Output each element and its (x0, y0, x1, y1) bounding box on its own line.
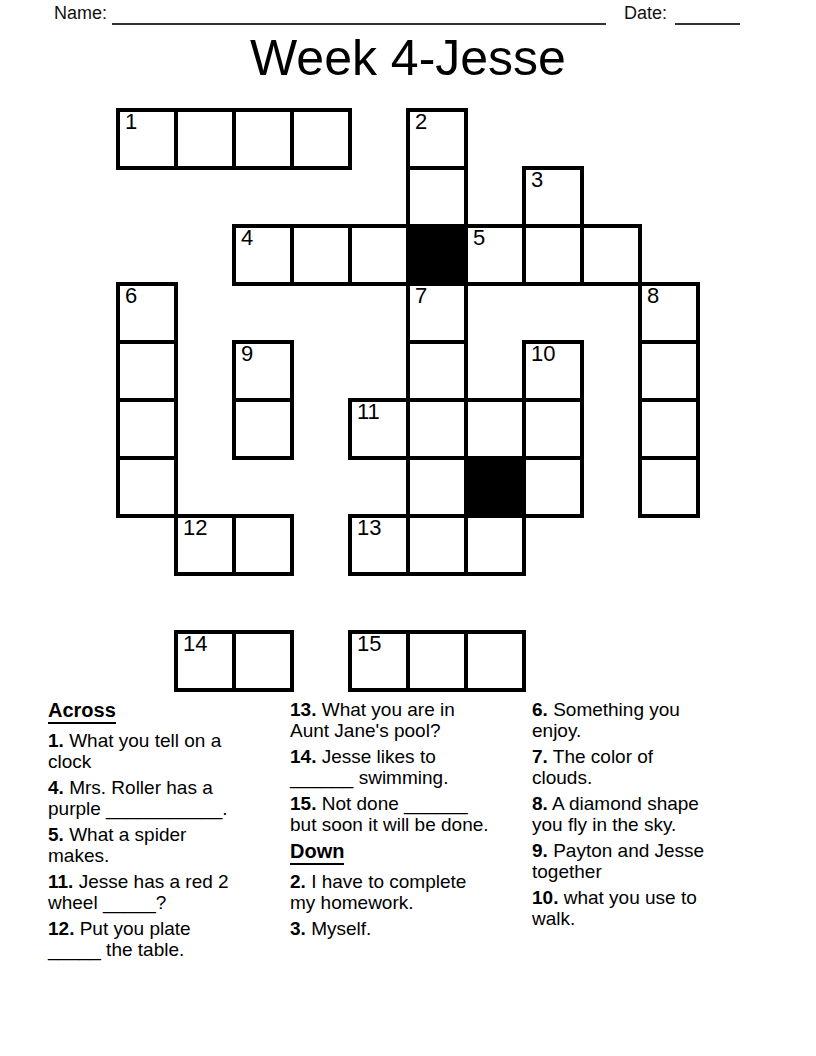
black-cell-r6c6 (464, 456, 526, 518)
date-label: Date: (624, 3, 667, 23)
clue-number: 3. (290, 918, 306, 939)
page-title: Week 4-Jesse (0, 30, 816, 86)
grid-cell-r4c5[interactable] (406, 340, 468, 402)
cell-number-13: 13 (357, 516, 381, 540)
clue-number: 7. (532, 746, 548, 767)
clue-text: A diamond shape you fly in the sky. (532, 793, 699, 835)
grid-cell-r5c0[interactable] (116, 398, 178, 460)
clue-number: 5. (48, 824, 64, 845)
clue-column-2: 13. What you are in Aunt Jane's pool?14.… (290, 699, 534, 944)
grid-cell-r6c9[interactable] (638, 456, 700, 518)
clue-number: 13. (290, 699, 316, 720)
clue-text: Not done ______ but soon it will be done… (290, 793, 489, 835)
grid-cell-r7c1[interactable]: 12 (174, 514, 236, 576)
clue-4: 4. Mrs. Roller has a purple ___________. (48, 777, 266, 819)
grid-cell-r4c9[interactable] (638, 340, 700, 402)
clue-text: Payton and Jesse together (532, 840, 704, 882)
cell-number-6: 6 (125, 284, 137, 308)
clue-text: What a spider makes. (48, 824, 186, 866)
crossword-grid: 123456789101112131415 (116, 108, 700, 692)
clue-9: 9. Payton and Jesse together (532, 840, 784, 882)
grid-cell-r2c4[interactable] (348, 224, 410, 286)
grid-cell-r7c5[interactable] (406, 514, 468, 576)
grid-cell-r5c4[interactable]: 11 (348, 398, 410, 460)
cell-number-10: 10 (531, 342, 555, 366)
clue-text: What you tell on a clock (48, 730, 221, 772)
grid-cell-r6c0[interactable] (116, 456, 178, 518)
clue-heading-text: Down (290, 840, 344, 865)
grid-cell-r5c6[interactable] (464, 398, 526, 460)
grid-cell-r4c0[interactable] (116, 340, 178, 402)
clue-number: 15. (290, 793, 316, 814)
grid-cell-r3c9[interactable]: 8 (638, 282, 700, 344)
clue-6: 6. Something you enjoy. (532, 699, 784, 741)
clue-11: 11. Jesse has a red 2 wheel _____? (48, 871, 266, 913)
clue-number: 4. (48, 777, 64, 798)
clue-number: 6. (532, 699, 548, 720)
cell-number-3: 3 (531, 168, 543, 192)
grid-cell-r5c5[interactable] (406, 398, 468, 460)
cell-number-1: 1 (125, 110, 137, 134)
clue-number: 8. (532, 793, 548, 814)
clue-5: 5. What a spider makes. (48, 824, 266, 866)
clue-8: 8. A diamond shape you fly in the sky. (532, 793, 784, 835)
grid-cell-r3c0[interactable]: 6 (116, 282, 178, 344)
clue-heading-across: Across (48, 699, 266, 724)
grid-cell-r7c6[interactable] (464, 514, 526, 576)
cell-number-5: 5 (473, 226, 485, 250)
clue-text: I have to complete my homework. (290, 871, 466, 913)
cell-number-4: 4 (241, 226, 253, 250)
cell-number-8: 8 (647, 284, 659, 308)
grid-cell-r0c3[interactable] (290, 108, 352, 170)
grid-cell-r2c2[interactable]: 4 (232, 224, 294, 286)
cell-number-2: 2 (415, 110, 427, 134)
cell-number-12: 12 (183, 516, 207, 540)
grid-cell-r9c1[interactable]: 14 (174, 630, 236, 692)
black-cell-r2c5 (406, 224, 468, 286)
clue-number: 14. (290, 746, 316, 767)
grid-cell-r2c6[interactable]: 5 (464, 224, 526, 286)
grid-cell-r5c9[interactable] (638, 398, 700, 460)
grid-cell-r2c8[interactable] (580, 224, 642, 286)
clue-heading-text: Across (48, 699, 116, 724)
clue-2: 2. I have to complete my homework. (290, 871, 534, 913)
clue-text: Mrs. Roller has a purple ___________. (48, 777, 228, 819)
name-label: Name: (54, 3, 107, 23)
clue-number: 1. (48, 730, 64, 751)
grid-cell-r7c4[interactable]: 13 (348, 514, 410, 576)
date-fill-line[interactable] (675, 8, 740, 25)
grid-cell-r4c7[interactable]: 10 (522, 340, 584, 402)
clue-heading-down: Down (290, 840, 534, 865)
cell-number-9: 9 (241, 342, 253, 366)
clue-number: 2. (290, 871, 306, 892)
grid-cell-r2c3[interactable] (290, 224, 352, 286)
clue-number: 11. (48, 871, 73, 892)
grid-cell-r6c7[interactable] (522, 456, 584, 518)
clue-10: 10. what you use to walk. (532, 887, 784, 929)
grid-cell-r0c5[interactable]: 2 (406, 108, 468, 170)
clue-1: 1. What you tell on a clock (48, 730, 266, 772)
grid-cell-r5c2[interactable] (232, 398, 294, 460)
clue-14: 14. Jesse likes to ______ swimming. (290, 746, 534, 788)
grid-cell-r7c2[interactable] (232, 514, 294, 576)
clue-text: Jesse has a red 2 wheel _____? (48, 871, 229, 913)
clue-12: 12. Put you plate _____ the table. (48, 918, 266, 960)
grid-cell-r9c6[interactable] (464, 630, 526, 692)
clue-3: 3. Myself. (290, 918, 534, 939)
cell-number-14: 14 (183, 632, 207, 656)
clue-text: The color of clouds. (532, 746, 653, 788)
cell-number-11: 11 (357, 400, 380, 424)
clue-text: Myself. (306, 918, 371, 939)
cell-number-7: 7 (415, 284, 427, 308)
grid-cell-r0c0[interactable]: 1 (116, 108, 178, 170)
clue-15: 15. Not done ______ but soon it will be … (290, 793, 534, 835)
grid-cell-r5c7[interactable] (522, 398, 584, 460)
grid-cell-r1c7[interactable]: 3 (522, 166, 584, 228)
grid-cell-r3c5[interactable]: 7 (406, 282, 468, 344)
grid-cell-r0c2[interactable] (232, 108, 294, 170)
clue-number: 10. (532, 887, 558, 908)
clue-13: 13. What you are in Aunt Jane's pool? (290, 699, 534, 741)
grid-cell-r2c7[interactable] (522, 224, 584, 286)
cell-number-15: 15 (357, 632, 381, 656)
clue-number: 9. (532, 840, 548, 861)
clue-column-1: Across1. What you tell on a clock4. Mrs.… (48, 699, 266, 965)
grid-cell-r1c5[interactable] (406, 166, 468, 228)
name-fill-line[interactable] (112, 8, 606, 25)
grid-cell-r6c5[interactable] (406, 456, 468, 518)
grid-cell-r9c2[interactable] (232, 630, 294, 692)
clue-number: 12. (48, 918, 74, 939)
grid-cell-r0c1[interactable] (174, 108, 236, 170)
worksheet-page: { "game": "crossword", "title": "Week 4-… (0, 0, 816, 1056)
grid-cell-r4c2[interactable]: 9 (232, 340, 294, 402)
clue-text: Something you enjoy. (532, 699, 680, 741)
grid-cell-r9c5[interactable] (406, 630, 468, 692)
clue-column-3: 6. Something you enjoy.7. The color of c… (532, 699, 784, 934)
grid-cell-r9c4[interactable]: 15 (348, 630, 410, 692)
clue-7: 7. The color of clouds. (532, 746, 784, 788)
